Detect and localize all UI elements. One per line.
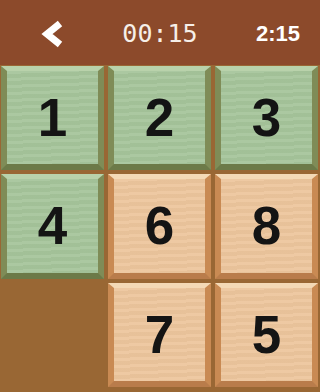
tile-number: 6 xyxy=(145,195,174,256)
status-clock: 2:15 xyxy=(256,22,300,46)
tile-number: 8 xyxy=(252,195,281,256)
header-bar: 00:15 2:15 xyxy=(0,0,320,65)
watch-screen: 00:15 2:15 12346875 xyxy=(0,0,320,392)
tile-1[interactable]: 1 xyxy=(1,66,104,170)
tile-number: 1 xyxy=(38,87,67,148)
tile-8[interactable]: 8 xyxy=(215,174,318,278)
tile-number: 3 xyxy=(252,87,281,148)
tile-6[interactable]: 6 xyxy=(108,174,211,278)
tile-2[interactable]: 2 xyxy=(108,66,211,170)
tile-number: 2 xyxy=(145,87,174,148)
tile-4[interactable]: 4 xyxy=(1,174,104,278)
empty-cell xyxy=(1,283,104,387)
tile-number: 4 xyxy=(38,195,67,256)
tile-7[interactable]: 7 xyxy=(108,283,211,387)
tile-3[interactable]: 3 xyxy=(215,66,318,170)
tile-number: 5 xyxy=(252,304,281,365)
tile-number: 7 xyxy=(145,304,174,365)
tile-5[interactable]: 5 xyxy=(215,283,318,387)
board: 12346875 xyxy=(0,65,320,392)
